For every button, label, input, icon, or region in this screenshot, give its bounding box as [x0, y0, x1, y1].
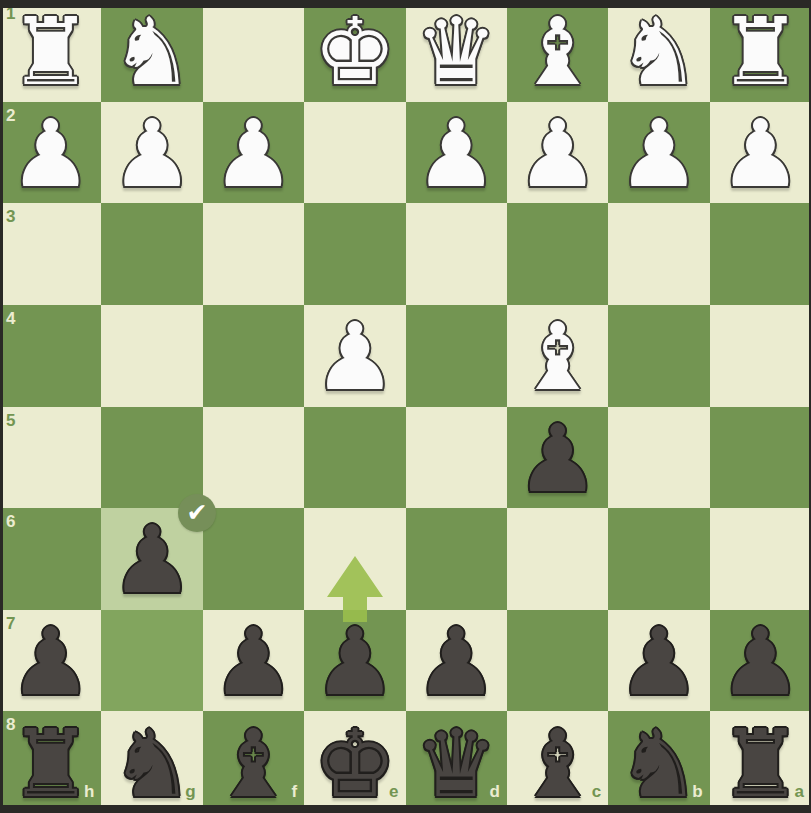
square-c3[interactable]	[507, 203, 608, 305]
square-b2[interactable]: ♟	[608, 102, 709, 204]
square-f2[interactable]: ♟	[203, 102, 304, 204]
square-g2[interactable]: ♟	[101, 102, 202, 204]
square-f6[interactable]	[203, 508, 304, 610]
square-a2[interactable]: ♟	[710, 102, 811, 204]
square-h3[interactable]: 3	[0, 203, 101, 305]
square-e4[interactable]: ♟	[304, 305, 405, 407]
square-e3[interactable]	[304, 203, 405, 305]
white-pawn[interactable]: ♟	[110, 108, 193, 201]
white-rook[interactable]: ♜	[719, 6, 802, 99]
square-e2[interactable]	[304, 102, 405, 204]
square-a6[interactable]	[710, 508, 811, 610]
black-pawn[interactable]: ♟	[110, 514, 193, 607]
square-d5[interactable]	[406, 407, 507, 509]
square-d6[interactable]	[406, 508, 507, 610]
square-f3[interactable]	[203, 203, 304, 305]
square-g4[interactable]	[101, 305, 202, 407]
rank-label-5: 5	[6, 411, 15, 431]
black-bishop[interactable]: ♝	[516, 718, 599, 811]
square-g8[interactable]: g♞	[101, 711, 202, 813]
square-b1[interactable]: ♞	[608, 0, 709, 102]
white-rook[interactable]: ♜	[9, 6, 92, 99]
black-pawn[interactable]: ♟	[516, 413, 599, 506]
white-pawn[interactable]: ♟	[617, 108, 700, 201]
checkmark-icon: ✔	[187, 500, 208, 525]
square-c1[interactable]: ♝	[507, 0, 608, 102]
square-g1[interactable]: ♞	[101, 0, 202, 102]
square-c6[interactable]	[507, 508, 608, 610]
square-c7[interactable]	[507, 610, 608, 712]
square-h5[interactable]: 5	[0, 407, 101, 509]
square-f4[interactable]	[203, 305, 304, 407]
black-pawn[interactable]: ♟	[415, 616, 498, 709]
white-pawn[interactable]: ♟	[9, 108, 92, 201]
black-pawn[interactable]: ♟	[9, 616, 92, 709]
square-b7[interactable]: ♟	[608, 610, 709, 712]
white-king[interactable]: ♚	[313, 6, 396, 99]
square-d4[interactable]	[406, 305, 507, 407]
black-pawn[interactable]: ♟	[719, 616, 802, 709]
square-g3[interactable]	[101, 203, 202, 305]
board-frame-left	[0, 0, 3, 813]
square-f1[interactable]	[203, 0, 304, 102]
square-f8[interactable]: f♝	[203, 711, 304, 813]
black-rook[interactable]: ♜	[9, 718, 92, 811]
black-queen[interactable]: ♛	[415, 718, 498, 811]
white-pawn[interactable]: ♟	[719, 108, 802, 201]
white-queen[interactable]: ♛	[415, 6, 498, 99]
black-knight[interactable]: ♞	[617, 718, 700, 811]
black-king[interactable]: ♚	[313, 718, 396, 811]
board-frame-top	[0, 0, 811, 8]
square-f7[interactable]: ♟	[203, 610, 304, 712]
square-h1[interactable]: 1♜	[0, 0, 101, 102]
white-pawn[interactable]: ♟	[415, 108, 498, 201]
square-d7[interactable]: ♟	[406, 610, 507, 712]
square-b5[interactable]	[608, 407, 709, 509]
square-e7[interactable]: ♟	[304, 610, 405, 712]
square-a5[interactable]	[710, 407, 811, 509]
square-c4[interactable]: ♝	[507, 305, 608, 407]
black-rook[interactable]: ♜	[719, 718, 802, 811]
square-b4[interactable]	[608, 305, 709, 407]
rank-label-6: 6	[6, 512, 15, 532]
square-d8[interactable]: d♛	[406, 711, 507, 813]
square-h7[interactable]: 7♟	[0, 610, 101, 712]
square-a3[interactable]	[710, 203, 811, 305]
square-g7[interactable]	[101, 610, 202, 712]
square-e6[interactable]	[304, 508, 405, 610]
chess-board: 1♜♞♚♛♝♞♜2♟♟♟♟♟♟♟34♟♝5♟6♟7♟♟♟♟♟♟8h♜g♞f♝e♚…	[0, 0, 811, 813]
black-knight[interactable]: ♞	[110, 718, 193, 811]
square-c8[interactable]: c♝	[507, 711, 608, 813]
square-g5[interactable]	[101, 407, 202, 509]
square-h8[interactable]: 8h♜	[0, 711, 101, 813]
square-f5[interactable]	[203, 407, 304, 509]
square-d3[interactable]	[406, 203, 507, 305]
rank-label-4: 4	[6, 309, 15, 329]
square-a1[interactable]: ♜	[710, 0, 811, 102]
square-d2[interactable]: ♟	[406, 102, 507, 204]
board-frame-bottom	[0, 805, 811, 813]
square-b8[interactable]: b♞	[608, 711, 709, 813]
chess-board-window: 1♜♞♚♛♝♞♜2♟♟♟♟♟♟♟34♟♝5♟6♟7♟♟♟♟♟♟8h♜g♞f♝e♚…	[0, 0, 811, 813]
square-e5[interactable]	[304, 407, 405, 509]
square-a7[interactable]: ♟	[710, 610, 811, 712]
square-h4[interactable]: 4	[0, 305, 101, 407]
white-pawn[interactable]: ♟	[212, 108, 295, 201]
square-d1[interactable]: ♛	[406, 0, 507, 102]
square-h2[interactable]: 2♟	[0, 102, 101, 204]
white-pawn[interactable]: ♟	[313, 311, 396, 404]
black-pawn[interactable]: ♟	[212, 616, 295, 709]
square-a8[interactable]: a♜	[710, 711, 811, 813]
square-h6[interactable]: 6	[0, 508, 101, 610]
square-e1[interactable]: ♚	[304, 0, 405, 102]
square-a4[interactable]	[710, 305, 811, 407]
white-knight[interactable]: ♞	[110, 6, 193, 99]
white-pawn[interactable]: ♟	[516, 108, 599, 201]
white-bishop[interactable]: ♝	[516, 6, 599, 99]
white-bishop[interactable]: ♝	[516, 311, 599, 404]
black-bishop[interactable]: ♝	[212, 718, 295, 811]
correct-move-badge: ✔	[178, 494, 216, 532]
square-c5[interactable]: ♟	[507, 407, 608, 509]
black-pawn[interactable]: ♟	[313, 616, 396, 709]
square-e8[interactable]: e♚	[304, 711, 405, 813]
square-b3[interactable]	[608, 203, 709, 305]
white-knight[interactable]: ♞	[617, 6, 700, 99]
square-c2[interactable]: ♟	[507, 102, 608, 204]
square-b6[interactable]	[608, 508, 709, 610]
rank-label-3: 3	[6, 207, 15, 227]
black-pawn[interactable]: ♟	[617, 616, 700, 709]
